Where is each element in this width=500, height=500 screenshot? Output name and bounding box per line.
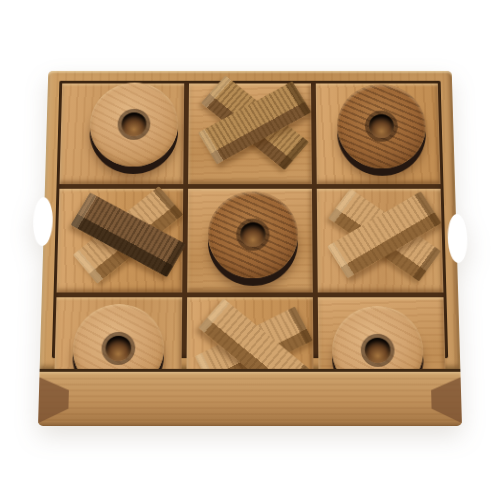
o-piece[interactable]	[337, 84, 427, 168]
cell-r1c2[interactable]	[317, 189, 444, 293]
o-piece-hole	[369, 114, 394, 138]
right-finger-notch	[447, 214, 468, 263]
cell-r0c2[interactable]	[316, 83, 441, 184]
o-piece[interactable]	[89, 83, 179, 167]
tic-tac-toe-grid	[52, 81, 448, 358]
dovetail-joint-right	[431, 372, 462, 426]
x-piece[interactable]	[69, 183, 188, 287]
cell-r1c1[interactable]	[187, 189, 313, 293]
cell-r0c0[interactable]	[60, 83, 185, 184]
o-piece-hole	[240, 222, 265, 246]
dovetail-joint-left	[38, 372, 69, 426]
game-box	[38, 71, 462, 426]
product-photo	[0, 0, 500, 500]
cell-r1c0[interactable]	[57, 189, 184, 293]
o-piece[interactable]	[208, 192, 298, 279]
o-piece-hole	[121, 112, 146, 136]
x-piece[interactable]	[325, 183, 444, 287]
o-piece-hole	[105, 336, 131, 361]
board	[40, 71, 461, 369]
x-piece[interactable]	[197, 73, 313, 173]
o-piece-hole	[365, 338, 391, 363]
cell-r0c1[interactable]	[188, 83, 312, 184]
box-front-panel	[38, 369, 462, 426]
